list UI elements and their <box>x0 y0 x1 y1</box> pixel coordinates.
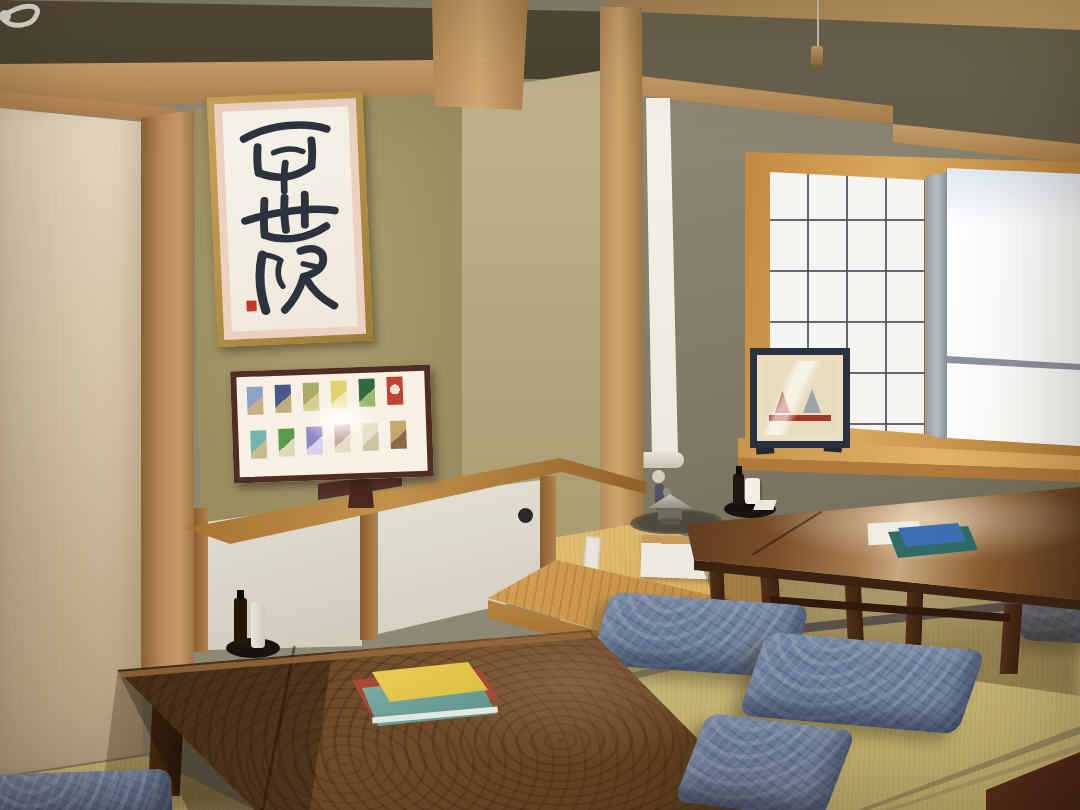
art-card <box>275 384 292 413</box>
fusuma-post <box>140 108 196 692</box>
doll-picture <box>763 361 837 435</box>
calligraphy-frame <box>207 91 374 348</box>
calligraphy-mat <box>214 98 366 340</box>
white-light-cord <box>0 0 120 60</box>
tatami-room-photo <box>0 0 1080 810</box>
doll-picture-frame <box>750 348 850 448</box>
near-napkin-holder[interactable] <box>251 602 265 648</box>
art-card <box>247 386 264 415</box>
zabuton-cushion-front[interactable] <box>674 713 857 810</box>
zabuton-cushion-corner[interactable] <box>0 769 173 810</box>
calligraphy-strokes <box>222 106 357 331</box>
art-card <box>386 377 403 406</box>
near-soy-bottle[interactable] <box>234 598 247 646</box>
far-white-card <box>753 500 777 510</box>
window-divider <box>925 172 949 440</box>
red-seal <box>246 300 257 311</box>
finger-hole[interactable] <box>518 508 533 523</box>
glass-glare <box>763 361 837 435</box>
stone-lantern-legs <box>660 518 680 525</box>
art-card <box>278 428 295 457</box>
pull-cord-handle[interactable] <box>811 46 823 66</box>
far-soy-bottle[interactable] <box>733 474 744 506</box>
calligraphy-paper <box>222 106 357 331</box>
bright-window-pane <box>947 164 1080 446</box>
near-soy-bottle-cap <box>237 590 244 600</box>
card-display-frame <box>230 365 434 484</box>
scroll-bead <box>652 470 665 483</box>
art-card <box>250 430 267 459</box>
upper-post <box>430 0 530 112</box>
art-card <box>390 420 407 449</box>
far-soy-bottle-cap <box>736 466 742 475</box>
pull-cord[interactable] <box>817 0 819 48</box>
cabinet-stile-mid <box>360 494 376 640</box>
